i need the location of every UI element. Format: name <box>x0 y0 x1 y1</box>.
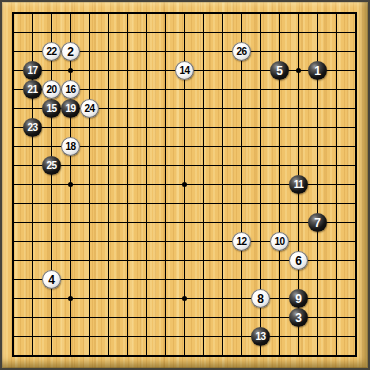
stone-black-7-R8[interactable]: 7 <box>308 213 327 232</box>
move-number: 22 <box>47 47 57 57</box>
stone-black-17-B16[interactable]: 17 <box>23 61 42 80</box>
move-number: 17 <box>28 66 38 76</box>
move-number: 12 <box>237 237 247 247</box>
stone-black-3-Q3[interactable]: 3 <box>289 308 308 327</box>
stone-black-13-O2[interactable]: 13 <box>251 327 270 346</box>
board-intersections-grid[interactable]: 1234567891011121314151617181920212223242… <box>4 4 365 365</box>
move-number: 20 <box>47 85 57 95</box>
stone-white-12-N7[interactable]: 12 <box>232 232 251 251</box>
move-number: 26 <box>237 47 247 57</box>
stone-black-9-Q4[interactable]: 9 <box>289 289 308 308</box>
stone-black-23-B13[interactable]: 23 <box>23 118 42 137</box>
stone-black-5-P16[interactable]: 5 <box>270 61 289 80</box>
stone-white-14-K16[interactable]: 14 <box>175 61 194 80</box>
stone-white-2-D17[interactable]: 2 <box>61 42 80 61</box>
stone-black-21-B15[interactable]: 21 <box>23 80 42 99</box>
stone-white-20-C15[interactable]: 20 <box>42 80 61 99</box>
stone-white-4-C5[interactable]: 4 <box>42 270 61 289</box>
move-number: 7 <box>314 217 321 229</box>
move-number: 5 <box>276 65 283 77</box>
move-number: 11 <box>294 180 303 190</box>
star-point <box>182 182 187 187</box>
stone-white-8-O4[interactable]: 8 <box>251 289 270 308</box>
move-number: 24 <box>85 104 95 114</box>
stone-black-11-Q10[interactable]: 11 <box>289 175 308 194</box>
move-number: 2 <box>67 46 74 58</box>
go-board[interactable]: 1234567891011121314151617181920212223242… <box>0 0 370 370</box>
stone-black-19-D14[interactable]: 19 <box>61 99 80 118</box>
move-number: 10 <box>275 237 285 247</box>
move-number: 21 <box>28 85 38 95</box>
move-number: 19 <box>66 104 76 114</box>
move-number: 18 <box>66 142 76 152</box>
stone-black-15-C14[interactable]: 15 <box>42 99 61 118</box>
star-point <box>68 182 73 187</box>
stone-white-10-P7[interactable]: 10 <box>270 232 289 251</box>
star-point <box>68 296 73 301</box>
stone-white-24-E14[interactable]: 24 <box>80 99 99 118</box>
move-number: 25 <box>47 161 57 171</box>
stone-white-6-Q6[interactable]: 6 <box>289 251 308 270</box>
stone-white-22-C17[interactable]: 22 <box>42 42 61 61</box>
move-number: 8 <box>257 293 264 305</box>
star-point <box>68 68 73 73</box>
move-number: 1 <box>314 65 321 77</box>
move-number: 3 <box>295 312 302 324</box>
move-number: 4 <box>48 274 55 286</box>
move-number: 9 <box>295 293 302 305</box>
move-number: 15 <box>47 104 57 114</box>
stone-white-18-D12[interactable]: 18 <box>61 137 80 156</box>
stone-white-26-N17[interactable]: 26 <box>232 42 251 61</box>
stone-black-1-R16[interactable]: 1 <box>308 61 327 80</box>
move-number: 16 <box>66 85 76 95</box>
move-number: 14 <box>180 66 190 76</box>
star-point <box>182 296 187 301</box>
stone-black-25-C11[interactable]: 25 <box>42 156 61 175</box>
move-number: 23 <box>28 123 38 133</box>
move-number: 13 <box>256 332 266 342</box>
move-number: 6 <box>295 255 302 267</box>
star-point <box>296 68 301 73</box>
stone-white-16-D15[interactable]: 16 <box>61 80 80 99</box>
